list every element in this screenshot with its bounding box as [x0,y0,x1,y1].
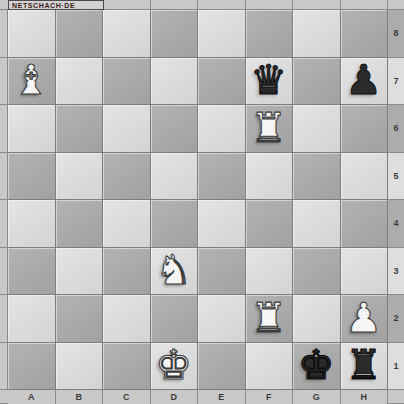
rank-label-4: 4 [388,200,404,248]
square-a3[interactable] [8,248,56,296]
rank-label-6: 6 [388,105,404,153]
square-d3[interactable]: ♞ [151,248,199,296]
square-e6[interactable] [198,105,246,153]
left-strip-cell-3 [0,248,8,296]
square-b3[interactable] [56,248,104,296]
square-d8[interactable] [151,10,199,58]
square-a5[interactable] [8,153,56,201]
square-f7[interactable]: ♛ [246,58,294,106]
white-knight-d3[interactable]: ♞ [155,250,192,291]
square-d1[interactable]: ♚ [151,343,199,391]
square-h7[interactable]: ♟ [341,58,389,106]
square-c7[interactable] [103,58,151,106]
left-strip-cell-2 [0,295,8,343]
file-label-E: E [198,390,246,404]
top-strip-cell-G [293,0,341,10]
left-strip-cell-7 [0,58,8,106]
file-label-C: C [103,390,151,404]
black-queen-f7[interactable]: ♛ [250,60,287,101]
left-strip-cell-5 [0,153,8,201]
square-e7[interactable] [198,58,246,106]
rank-label-2: 2 [388,295,404,343]
square-f5[interactable] [246,153,294,201]
square-b5[interactable] [56,153,104,201]
square-h1[interactable]: ♜ [341,343,389,391]
square-e3[interactable] [198,248,246,296]
square-b4[interactable] [56,200,104,248]
file-label-H: H [341,390,389,404]
site-logo: NETSCHACH·DE [8,0,104,10]
site-logo-text: NETSCHACH·DE [12,2,75,9]
white-rook-f2[interactable]: ♜ [250,298,287,339]
rank-label-5: 5 [388,153,404,201]
square-f4[interactable] [246,200,294,248]
rank-label-1: 1 [388,343,404,391]
square-b1[interactable] [56,343,104,391]
square-h4[interactable] [341,200,389,248]
square-a1[interactable] [8,343,56,391]
corner-bottom-left [0,390,8,404]
square-h5[interactable] [341,153,389,201]
file-label-G: G [293,390,341,404]
black-king-g1[interactable]: ♚ [298,345,335,386]
square-h2[interactable]: ♟ [341,295,389,343]
top-strip-cell-D [151,0,199,10]
square-a8[interactable] [8,10,56,58]
square-c8[interactable] [103,10,151,58]
file-label-D: D [151,390,199,404]
square-g2[interactable] [293,295,341,343]
square-d6[interactable] [151,105,199,153]
square-c2[interactable] [103,295,151,343]
file-label-F: F [246,390,294,404]
black-pawn-h7[interactable]: ♟ [345,60,382,101]
white-pawn-h2[interactable]: ♟ [345,298,382,339]
square-h8[interactable] [341,10,389,58]
rank-label-8: 8 [388,10,404,58]
square-d4[interactable] [151,200,199,248]
chess-board-frame: NETSCHACH·DE 8♝♛♟7♜654♞3♜♟2♚♚♜1ABCDEFGH [0,0,404,404]
square-c4[interactable] [103,200,151,248]
square-d7[interactable] [151,58,199,106]
square-a2[interactable] [8,295,56,343]
square-g3[interactable] [293,248,341,296]
square-e5[interactable] [198,153,246,201]
rank-label-7: 7 [388,58,404,106]
corner-top-left [0,0,8,10]
square-f8[interactable] [246,10,294,58]
square-g4[interactable] [293,200,341,248]
left-strip-cell-1 [0,343,8,391]
square-b8[interactable] [56,10,104,58]
corner-bottom-right [388,390,404,404]
square-d2[interactable] [151,295,199,343]
square-c3[interactable] [103,248,151,296]
corner-top-right [388,0,404,10]
top-strip-cell-E [198,0,246,10]
square-b7[interactable] [56,58,104,106]
square-g8[interactable] [293,10,341,58]
black-rook-h1[interactable]: ♜ [345,345,382,386]
left-strip-cell-8 [0,10,8,58]
square-g1[interactable]: ♚ [293,343,341,391]
square-c5[interactable] [103,153,151,201]
square-b2[interactable] [56,295,104,343]
file-label-B: B [56,390,104,404]
white-king-d1[interactable]: ♚ [155,345,192,386]
square-a6[interactable] [8,105,56,153]
square-g5[interactable] [293,153,341,201]
square-e1[interactable] [198,343,246,391]
square-d5[interactable] [151,153,199,201]
square-e2[interactable] [198,295,246,343]
top-strip-cell-C [103,0,151,10]
square-e8[interactable] [198,10,246,58]
square-b6[interactable] [56,105,104,153]
square-g6[interactable] [293,105,341,153]
square-f6[interactable]: ♜ [246,105,294,153]
square-h6[interactable] [341,105,389,153]
square-c1[interactable] [103,343,151,391]
square-a4[interactable] [8,200,56,248]
square-h3[interactable] [341,248,389,296]
square-c6[interactable] [103,105,151,153]
left-strip-cell-4 [0,200,8,248]
file-label-A: A [8,390,56,404]
square-a7[interactable]: ♝ [8,58,56,106]
top-strip-cell-F [246,0,294,10]
top-strip-cell-H [341,0,389,10]
rank-label-3: 3 [388,248,404,296]
square-g7[interactable] [293,58,341,106]
white-bishop-a7[interactable]: ♝ [13,60,50,101]
square-f1[interactable] [246,343,294,391]
left-strip-cell-6 [0,105,8,153]
square-e4[interactable] [198,200,246,248]
white-rook-f6[interactable]: ♜ [250,108,287,149]
square-f3[interactable] [246,248,294,296]
square-f2[interactable]: ♜ [246,295,294,343]
